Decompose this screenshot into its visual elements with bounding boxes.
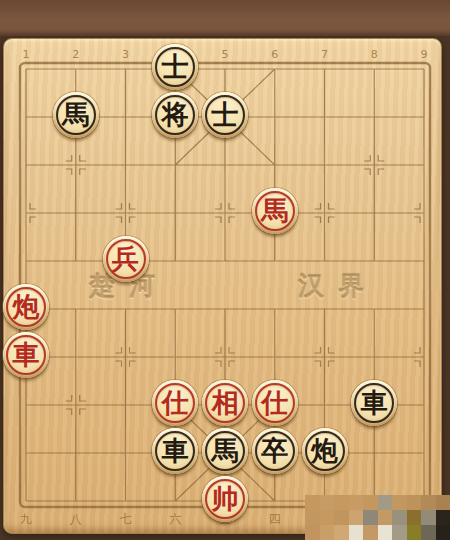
piece-black-soldier[interactable]: 卒 [252,428,298,474]
mosaic-block [421,495,436,510]
mosaic-block [407,510,422,525]
mosaic-block [421,525,436,540]
piece-black-horse[interactable]: 馬 [202,428,248,474]
top-bar [0,0,450,36]
piece-red-soldier[interactable]: 兵 [103,236,149,282]
mosaic-block [349,525,364,540]
piece-red-general[interactable]: 帅 [202,476,248,522]
piece-character: 帅 [212,485,239,512]
piece-black-horse[interactable]: 馬 [53,92,99,138]
piece-character: 車 [162,437,189,464]
piece-character: 馬 [62,101,89,128]
mosaic-block [320,525,335,540]
mosaic-block [363,510,378,525]
mosaic-block [334,525,349,540]
mosaic-block [363,495,378,510]
mosaic-block [363,525,378,540]
piece-character: 車 [13,341,40,368]
piece-character: 仕 [261,389,288,416]
mosaic-block [320,495,335,510]
piece-red-advisor[interactable]: 仕 [152,380,198,426]
piece-character: 仕 [162,389,189,416]
pieces-layer: 士馬将士馬兵炮車仕相仕車車馬卒炮帅 [4,39,441,533]
piece-character: 馬 [261,197,288,224]
mosaic-block [436,510,450,525]
mosaic-block [392,495,407,510]
mosaic-block [436,495,450,510]
piece-red-horse[interactable]: 馬 [252,188,298,234]
mosaic-block [392,525,407,540]
mosaic-block [349,495,364,510]
piece-black-advisor[interactable]: 士 [152,44,198,90]
watermark-mosaic [305,495,450,540]
mosaic-block [334,510,349,525]
piece-character: 炮 [311,437,338,464]
piece-character: 士 [212,101,239,128]
mosaic-block [407,495,422,510]
mosaic-block [407,525,422,540]
piece-character: 炮 [13,293,40,320]
mosaic-block [378,525,393,540]
mosaic-block [349,510,364,525]
mosaic-block [436,525,450,540]
mosaic-block [334,495,349,510]
mosaic-block [305,525,320,540]
mosaic-block [378,495,393,510]
piece-character: 将 [162,101,189,128]
mosaic-block [305,510,320,525]
xiangqi-board[interactable]: 123456789 九八七六五四三二一 楚河 汉界 士馬将士馬兵炮車仕相仕車車馬… [3,38,442,534]
mosaic-block [305,495,320,510]
piece-character: 馬 [212,437,239,464]
piece-character: 卒 [261,437,288,464]
piece-character: 兵 [112,245,139,272]
piece-black-advisor[interactable]: 士 [202,92,248,138]
mosaic-block [378,510,393,525]
piece-character: 車 [361,389,388,416]
mosaic-block [421,510,436,525]
piece-black-chariot[interactable]: 車 [152,428,198,474]
piece-character: 士 [162,53,189,80]
piece-character: 相 [212,389,239,416]
piece-black-chariot[interactable]: 車 [351,380,397,426]
piece-red-elephant[interactable]: 相 [202,380,248,426]
piece-red-advisor[interactable]: 仕 [252,380,298,426]
piece-red-chariot[interactable]: 車 [3,332,49,378]
piece-black-cannon[interactable]: 炮 [302,428,348,474]
mosaic-block [392,510,407,525]
piece-red-cannon[interactable]: 炮 [3,284,49,330]
piece-black-general[interactable]: 将 [152,92,198,138]
mosaic-block [320,510,335,525]
